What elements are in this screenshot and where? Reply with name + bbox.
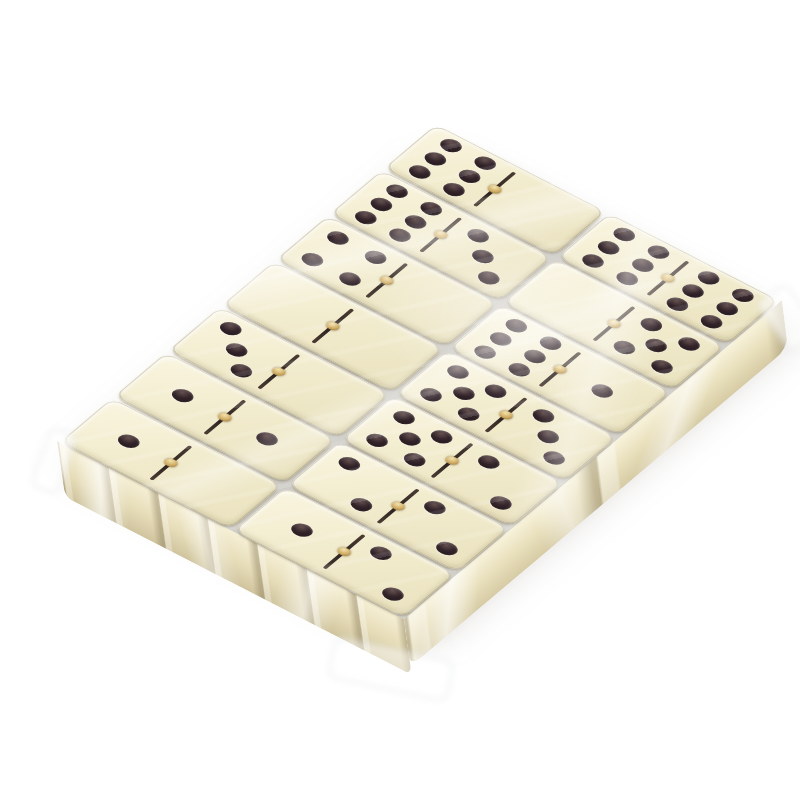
pip [454, 405, 484, 424]
pip [444, 363, 474, 382]
pip [351, 208, 381, 227]
pip [468, 247, 498, 266]
pip [420, 149, 450, 168]
pip [463, 226, 493, 245]
pip [643, 242, 673, 261]
pip [609, 338, 639, 357]
pip [612, 269, 642, 288]
pip [405, 162, 435, 181]
product-photo [0, 0, 800, 800]
pip [713, 299, 743, 318]
pip [609, 225, 639, 244]
pip [323, 229, 353, 248]
pip [594, 238, 624, 257]
pip [385, 225, 415, 244]
pip [520, 347, 550, 366]
pip [420, 498, 450, 517]
pip [694, 269, 724, 288]
pip [336, 269, 366, 288]
pip [529, 406, 559, 425]
pip [400, 450, 430, 469]
pip [439, 180, 469, 199]
pip [168, 386, 198, 405]
pip [474, 453, 504, 472]
pip [539, 448, 569, 467]
pip [366, 544, 396, 563]
pip [216, 319, 246, 338]
pip [347, 495, 377, 514]
pip [335, 455, 365, 474]
pip [642, 336, 672, 355]
pip [674, 334, 704, 353]
pip [400, 212, 430, 231]
pip [390, 408, 420, 427]
pip [298, 250, 328, 269]
pip [395, 429, 425, 448]
pip [474, 268, 504, 287]
pip [382, 182, 412, 201]
pip [287, 521, 317, 540]
pip [679, 282, 709, 301]
pip [470, 343, 500, 362]
pip [253, 430, 283, 449]
pip [534, 427, 564, 446]
pip [227, 361, 257, 380]
pip [432, 539, 462, 558]
pip [501, 316, 531, 335]
pip [728, 286, 758, 305]
pip [504, 360, 534, 379]
pip [481, 382, 511, 401]
pip [416, 199, 446, 218]
pip [222, 340, 252, 359]
pip [697, 312, 727, 331]
pip [114, 432, 144, 451]
pip [470, 154, 500, 173]
pip [647, 357, 677, 376]
pip [663, 295, 693, 314]
pip [486, 493, 516, 512]
pip [427, 427, 457, 446]
pip [436, 136, 466, 155]
pip [449, 384, 479, 403]
pip [588, 382, 618, 401]
pip [378, 584, 408, 603]
pip [486, 329, 516, 348]
pip [535, 334, 565, 353]
pip [361, 248, 391, 267]
pip [578, 251, 608, 270]
pip [363, 431, 393, 450]
pip [417, 386, 447, 405]
pip [366, 195, 396, 214]
pip [454, 167, 484, 186]
pip [636, 315, 666, 334]
pip [628, 256, 658, 275]
